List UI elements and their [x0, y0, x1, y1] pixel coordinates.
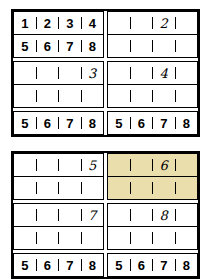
cell-bottom-r1c4[interactable]: 5 [82, 154, 104, 176]
cell-top-r5c8[interactable]: 8 [176, 112, 198, 134]
box-top-band0-right: 2 [107, 11, 198, 58]
cell-top-r2c2[interactable]: 6 [37, 35, 59, 57]
band-top-0: 123456782 [13, 11, 198, 58]
cell-bottom-r2c6[interactable] [131, 177, 153, 199]
cell-top-r3c8[interactable] [176, 62, 198, 84]
cell-top-r3c6[interactable] [131, 62, 153, 84]
cell-top-r4c2[interactable] [37, 85, 59, 107]
box-bottom-band0-right: 6 [107, 153, 198, 200]
cell-bottom-r1c6[interactable] [131, 154, 153, 176]
cell-bottom-r4c1[interactable] [14, 227, 36, 249]
cell-top-r3c1[interactable] [14, 62, 36, 84]
box-top-band0-left: 12345678 [13, 11, 104, 58]
cell-top-r1c6[interactable] [131, 12, 153, 34]
box-row-top-r2-left: 5678 [14, 34, 103, 57]
cell-top-r1c4[interactable]: 4 [82, 12, 104, 34]
box-top-band2-left: 5678 [13, 111, 104, 135]
box-row-top-r1-right: 2 [108, 12, 197, 34]
box-row-bottom-r3-left: 7 [14, 204, 103, 226]
cell-bottom-r5c6[interactable]: 6 [131, 254, 153, 276]
cell-top-r5c4[interactable]: 8 [82, 112, 104, 134]
box-row-top-r4-right [108, 84, 197, 107]
cell-top-r4c5[interactable] [108, 85, 130, 107]
box-row-bottom-r2-left [14, 176, 103, 199]
cell-top-r3c2[interactable] [37, 62, 59, 84]
box-row-top-r3-right: 4 [108, 62, 197, 84]
cell-top-r3c5[interactable] [108, 62, 130, 84]
cell-top-r2c5[interactable] [108, 35, 130, 57]
box-bottom-band1-left: 7 [13, 203, 104, 250]
cell-bottom-r1c5[interactable] [108, 154, 130, 176]
cell-top-r4c3[interactable] [59, 85, 81, 107]
box-row-top-r1-left: 1234 [14, 12, 103, 34]
box-bottom-band2-right: 5678 [107, 253, 198, 277]
cell-bottom-r4c8[interactable] [176, 227, 198, 249]
cell-top-r2c4[interactable]: 8 [82, 35, 104, 57]
band-bottom-1: 78 [13, 203, 198, 250]
cell-bottom-r5c1[interactable]: 5 [14, 254, 36, 276]
cell-bottom-r2c3[interactable] [59, 177, 81, 199]
cell-bottom-r4c2[interactable] [37, 227, 59, 249]
box-row-top-r5-left: 5678 [14, 112, 103, 134]
box-row-bottom-r3-right: 8 [108, 204, 197, 226]
box-bottom-band2-left: 5678 [13, 253, 104, 277]
box-row-bottom-r4-right [108, 226, 197, 249]
box-row-bottom-r1-right: 6 [108, 154, 197, 176]
box-bottom-band0-left: 5 [13, 153, 104, 200]
board-fragment-bottom: 567856785678 [11, 151, 200, 279]
cell-bottom-r5c7[interactable]: 7 [153, 254, 175, 276]
box-top-band1-right: 4 [107, 61, 198, 108]
band-bottom-2: 56785678 [13, 253, 198, 277]
cell-top-r1c1[interactable]: 1 [14, 12, 36, 34]
cell-bottom-r5c5[interactable]: 5 [108, 254, 130, 276]
cell-top-r3c4[interactable]: 3 [82, 62, 104, 84]
cell-bottom-r3c1[interactable] [14, 204, 36, 226]
cell-bottom-r5c4[interactable]: 8 [82, 254, 104, 276]
box-top-band2-right: 5678 [107, 111, 198, 135]
box-row-top-r2-right [108, 34, 197, 57]
cell-top-r5c7[interactable]: 7 [153, 112, 175, 134]
cell-bottom-r3c8[interactable] [176, 204, 198, 226]
cell-bottom-r1c1[interactable] [14, 154, 36, 176]
cell-top-r5c2[interactable]: 6 [37, 112, 59, 134]
cell-top-r4c4[interactable] [82, 85, 104, 107]
box-row-top-r4-left [14, 84, 103, 107]
box-row-bottom-r1-left: 5 [14, 154, 103, 176]
box-row-top-r5-right: 5678 [108, 112, 197, 134]
cell-bottom-r4c7[interactable] [153, 227, 175, 249]
puzzle-page: 1234567823456785678 567856785678 [0, 0, 218, 279]
cell-bottom-r2c1[interactable] [14, 177, 36, 199]
cell-top-r2c7[interactable] [153, 35, 175, 57]
cell-top-r3c3[interactable] [59, 62, 81, 84]
cell-top-r5c1[interactable]: 5 [14, 112, 36, 134]
cell-bottom-r4c6[interactable] [131, 227, 153, 249]
cell-top-r4c1[interactable] [14, 85, 36, 107]
cell-top-r3c7[interactable]: 4 [153, 62, 175, 84]
cell-bottom-r1c8[interactable] [176, 154, 198, 176]
cell-top-r2c6[interactable] [131, 35, 153, 57]
cell-top-r5c5[interactable]: 5 [108, 112, 130, 134]
cell-bottom-r3c2[interactable] [37, 204, 59, 226]
board-fragment-top: 1234567823456785678 [11, 9, 200, 137]
cell-bottom-r2c7[interactable] [153, 177, 175, 199]
cell-bottom-r5c3[interactable]: 7 [59, 254, 81, 276]
cell-top-r4c6[interactable] [131, 85, 153, 107]
box-row-bottom-r5-left: 5678 [14, 254, 103, 276]
box-row-bottom-r4-left [14, 226, 103, 249]
cell-bottom-r2c8[interactable] [176, 177, 198, 199]
cell-top-r2c1[interactable]: 5 [14, 35, 36, 57]
box-bottom-band1-right: 8 [107, 203, 198, 250]
cell-bottom-r4c4[interactable] [82, 227, 104, 249]
cell-top-r1c7[interactable]: 2 [153, 12, 175, 34]
cell-top-r2c3[interactable]: 7 [59, 35, 81, 57]
cell-top-r4c7[interactable] [153, 85, 175, 107]
cell-bottom-r1c2[interactable] [37, 154, 59, 176]
cell-bottom-r1c3[interactable] [59, 154, 81, 176]
cell-bottom-r2c2[interactable] [37, 177, 59, 199]
cell-bottom-r3c3[interactable] [59, 204, 81, 226]
cell-top-r5c3[interactable]: 7 [59, 112, 81, 134]
band-top-1: 34 [13, 61, 198, 108]
cell-bottom-r5c8[interactable]: 8 [176, 254, 198, 276]
cell-top-r1c2[interactable]: 2 [37, 12, 59, 34]
cell-top-r1c8[interactable] [176, 12, 198, 34]
cell-bottom-r4c3[interactable] [59, 227, 81, 249]
cell-bottom-r5c2[interactable]: 6 [37, 254, 59, 276]
cell-top-r1c3[interactable]: 3 [59, 12, 81, 34]
cell-bottom-r3c5[interactable] [108, 204, 130, 226]
box-row-bottom-r2-right [108, 176, 197, 199]
cell-bottom-r3c7[interactable]: 8 [153, 204, 175, 226]
box-top-band1-left: 3 [13, 61, 104, 108]
cell-bottom-r2c5[interactable] [108, 177, 130, 199]
band-top-2: 56785678 [13, 111, 198, 135]
box-row-bottom-r5-right: 5678 [108, 254, 197, 276]
cell-bottom-r2c4[interactable] [82, 177, 104, 199]
cell-top-r4c8[interactable] [176, 85, 198, 107]
band-bottom-0: 56 [13, 153, 198, 200]
cell-top-r2c8[interactable] [176, 35, 198, 57]
cell-bottom-r3c4[interactable]: 7 [82, 204, 104, 226]
cell-bottom-r1c7[interactable]: 6 [153, 154, 175, 176]
cell-top-r5c6[interactable]: 6 [131, 112, 153, 134]
box-row-top-r3-left: 3 [14, 62, 103, 84]
cell-top-r1c5[interactable] [108, 12, 130, 34]
cell-bottom-r4c5[interactable] [108, 227, 130, 249]
cell-bottom-r3c6[interactable] [131, 204, 153, 226]
